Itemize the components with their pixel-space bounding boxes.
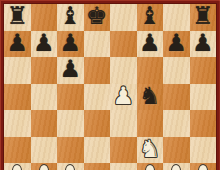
black-pawn-f7[interactable]: ♟ — [139, 31, 161, 55]
board-frame: ♜♝♚♝♜♟♟♟♟♟♟♟♟♞♞ — [0, 0, 220, 170]
black-pawn-c6[interactable]: ♟ — [59, 57, 81, 81]
square-b4[interactable] — [31, 110, 58, 137]
square-e7[interactable] — [110, 31, 137, 58]
white-knight-f3[interactable]: ♞ — [139, 137, 161, 161]
square-h2[interactable] — [190, 163, 217, 170]
square-e3[interactable] — [110, 137, 137, 164]
square-a7[interactable]: ♟ — [4, 31, 31, 58]
square-a6[interactable] — [4, 57, 31, 84]
square-h3[interactable] — [190, 137, 217, 164]
chess-board: ♜♝♚♝♜♟♟♟♟♟♟♟♟♞♞ — [4, 4, 216, 170]
square-b7[interactable]: ♟ — [31, 31, 58, 58]
square-b5[interactable] — [31, 84, 58, 111]
white-pawn-e5[interactable]: ♟ — [112, 84, 134, 108]
square-f4[interactable] — [137, 110, 164, 137]
square-f2[interactable] — [137, 163, 164, 170]
black-bishop-f8[interactable]: ♝ — [139, 4, 161, 28]
square-d7[interactable] — [84, 31, 111, 58]
square-b8[interactable] — [31, 4, 58, 31]
black-bishop-c8[interactable]: ♝ — [59, 4, 81, 28]
square-c3[interactable] — [57, 137, 84, 164]
square-a4[interactable] — [4, 110, 31, 137]
square-a3[interactable] — [4, 137, 31, 164]
black-knight-f5[interactable]: ♞ — [139, 84, 161, 108]
black-pawn-a7[interactable]: ♟ — [6, 31, 28, 55]
square-d2[interactable] — [84, 163, 111, 170]
square-g7[interactable]: ♟ — [163, 31, 190, 58]
white-pawn-g2-cropped[interactable] — [171, 164, 181, 170]
square-e6[interactable] — [110, 57, 137, 84]
square-g4[interactable] — [163, 110, 190, 137]
square-a8[interactable]: ♜ — [4, 4, 31, 31]
square-e2[interactable] — [110, 163, 137, 170]
square-c6[interactable]: ♟ — [57, 57, 84, 84]
square-c4[interactable] — [57, 110, 84, 137]
square-g5[interactable] — [163, 84, 190, 111]
square-f8[interactable]: ♝ — [137, 4, 164, 31]
square-c8[interactable]: ♝ — [57, 4, 84, 31]
square-c7[interactable]: ♟ — [57, 31, 84, 58]
square-a2[interactable] — [4, 163, 31, 170]
square-e8[interactable] — [110, 4, 137, 31]
square-d5[interactable] — [84, 84, 111, 111]
square-c2[interactable] — [57, 163, 84, 170]
square-h7[interactable]: ♟ — [190, 31, 217, 58]
square-d3[interactable] — [84, 137, 111, 164]
square-b6[interactable] — [31, 57, 58, 84]
square-g3[interactable] — [163, 137, 190, 164]
square-h5[interactable] — [190, 84, 217, 111]
black-pawn-c7[interactable]: ♟ — [59, 31, 81, 55]
square-e5[interactable]: ♟ — [110, 84, 137, 111]
square-f7[interactable]: ♟ — [137, 31, 164, 58]
chess-app-window: ♜♝♚♝♜♟♟♟♟♟♟♟♟♞♞ — [0, 0, 220, 170]
black-pawn-h7[interactable]: ♟ — [192, 31, 214, 55]
square-g2[interactable] — [163, 163, 190, 170]
square-h8[interactable]: ♜ — [190, 4, 217, 31]
black-pawn-b7[interactable]: ♟ — [33, 31, 55, 55]
black-pawn-g7[interactable]: ♟ — [165, 31, 187, 55]
white-pawn-f2-cropped[interactable] — [145, 164, 155, 170]
white-pawn-c2-cropped[interactable] — [65, 164, 75, 170]
square-d4[interactable] — [84, 110, 111, 137]
square-h6[interactable] — [190, 57, 217, 84]
square-h4[interactable] — [190, 110, 217, 137]
black-rook-h8[interactable]: ♜ — [192, 4, 214, 28]
white-pawn-b2-cropped[interactable] — [39, 164, 49, 170]
black-rook-a8[interactable]: ♜ — [6, 4, 28, 28]
white-pawn-a2-cropped[interactable] — [12, 164, 22, 170]
square-g8[interactable] — [163, 4, 190, 31]
square-e4[interactable] — [110, 110, 137, 137]
square-b3[interactable] — [31, 137, 58, 164]
square-b2[interactable] — [31, 163, 58, 170]
black-king-d8[interactable]: ♚ — [86, 4, 108, 28]
square-f3[interactable]: ♞ — [137, 137, 164, 164]
square-f6[interactable] — [137, 57, 164, 84]
square-a5[interactable] — [4, 84, 31, 111]
white-pawn-h2-cropped[interactable] — [198, 164, 208, 170]
square-c5[interactable] — [57, 84, 84, 111]
square-f5[interactable]: ♞ — [137, 84, 164, 111]
square-d6[interactable] — [84, 57, 111, 84]
square-g6[interactable] — [163, 57, 190, 84]
square-d8[interactable]: ♚ — [84, 4, 111, 31]
